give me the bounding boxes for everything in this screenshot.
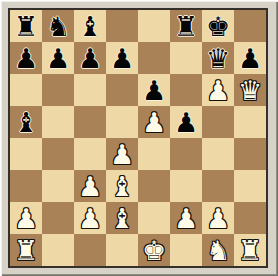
piece-black-rook[interactable]: ♜: [14, 13, 38, 40]
piece-black-pawn[interactable]: ♟: [110, 45, 134, 72]
square-b4[interactable]: [42, 138, 74, 170]
square-c6[interactable]: [74, 74, 106, 106]
square-a7[interactable]: ♟: [10, 42, 42, 74]
square-f5[interactable]: ♟: [170, 106, 202, 138]
square-d3[interactable]: ♝: [106, 170, 138, 202]
square-d8[interactable]: [106, 10, 138, 42]
square-e6[interactable]: ♟: [138, 74, 170, 106]
square-f2[interactable]: ♟: [170, 202, 202, 234]
square-a8[interactable]: ♜: [10, 10, 42, 42]
square-g1[interactable]: ♞: [202, 234, 234, 266]
square-b2[interactable]: [42, 202, 74, 234]
piece-black-pawn[interactable]: ♟: [14, 45, 38, 72]
square-a1[interactable]: ♜: [10, 234, 42, 266]
piece-white-knight[interactable]: ♞: [206, 237, 230, 264]
piece-white-rook[interactable]: ♜: [238, 237, 262, 264]
square-f4[interactable]: [170, 138, 202, 170]
square-h8[interactable]: [234, 10, 266, 42]
square-a6[interactable]: [10, 74, 42, 106]
square-g5[interactable]: [202, 106, 234, 138]
square-d2[interactable]: ♝: [106, 202, 138, 234]
chess-board-window: ♜♞♝♜♚♟♟♟♟♛♟♟♟♛♝♟♟♟♟♝♟♟♝♟♟♜♚♞♜: [0, 0, 278, 276]
square-h2[interactable]: [234, 202, 266, 234]
square-e5[interactable]: ♟: [138, 106, 170, 138]
chess-board: ♜♞♝♜♚♟♟♟♟♛♟♟♟♛♝♟♟♟♟♝♟♟♝♟♟♜♚♞♜: [10, 10, 266, 266]
square-d7[interactable]: ♟: [106, 42, 138, 74]
square-b3[interactable]: [42, 170, 74, 202]
piece-white-king[interactable]: ♚: [142, 237, 166, 264]
piece-black-bishop[interactable]: ♝: [14, 109, 38, 136]
chess-board-frame: ♜♞♝♜♚♟♟♟♟♛♟♟♟♛♝♟♟♟♟♝♟♟♝♟♟♜♚♞♜: [8, 8, 268, 268]
square-h3[interactable]: [234, 170, 266, 202]
piece-white-queen[interactable]: ♛: [238, 77, 262, 104]
square-f6[interactable]: [170, 74, 202, 106]
square-h1[interactable]: ♜: [234, 234, 266, 266]
piece-white-pawn[interactable]: ♟: [206, 77, 230, 104]
piece-white-bishop[interactable]: ♝: [110, 205, 134, 232]
piece-black-rook[interactable]: ♜: [174, 13, 198, 40]
piece-black-pawn[interactable]: ♟: [238, 45, 262, 72]
square-b6[interactable]: [42, 74, 74, 106]
piece-white-pawn[interactable]: ♟: [78, 205, 102, 232]
square-d1[interactable]: [106, 234, 138, 266]
piece-white-pawn[interactable]: ♟: [174, 205, 198, 232]
square-d4[interactable]: ♟: [106, 138, 138, 170]
square-a2[interactable]: ♟: [10, 202, 42, 234]
square-b8[interactable]: ♞: [42, 10, 74, 42]
square-c2[interactable]: ♟: [74, 202, 106, 234]
piece-white-pawn[interactable]: ♟: [78, 173, 102, 200]
square-f3[interactable]: [170, 170, 202, 202]
piece-black-pawn[interactable]: ♟: [142, 77, 166, 104]
square-g4[interactable]: [202, 138, 234, 170]
piece-black-pawn[interactable]: ♟: [174, 109, 198, 136]
square-h7[interactable]: ♟: [234, 42, 266, 74]
square-e8[interactable]: [138, 10, 170, 42]
piece-black-bishop[interactable]: ♝: [78, 13, 102, 40]
square-c4[interactable]: [74, 138, 106, 170]
piece-white-pawn[interactable]: ♟: [14, 205, 38, 232]
square-e4[interactable]: [138, 138, 170, 170]
piece-white-bishop[interactable]: ♝: [110, 173, 134, 200]
square-b7[interactable]: ♟: [42, 42, 74, 74]
square-f1[interactable]: [170, 234, 202, 266]
square-f7[interactable]: [170, 42, 202, 74]
square-d5[interactable]: [106, 106, 138, 138]
piece-black-pawn[interactable]: ♟: [78, 45, 102, 72]
square-a3[interactable]: [10, 170, 42, 202]
piece-white-rook[interactable]: ♜: [14, 237, 38, 264]
square-h4[interactable]: [234, 138, 266, 170]
square-h6[interactable]: ♛: [234, 74, 266, 106]
square-h5[interactable]: [234, 106, 266, 138]
square-e1[interactable]: ♚: [138, 234, 170, 266]
square-c1[interactable]: [74, 234, 106, 266]
square-c3[interactable]: ♟: [74, 170, 106, 202]
square-e3[interactable]: [138, 170, 170, 202]
square-g6[interactable]: ♟: [202, 74, 234, 106]
piece-white-pawn[interactable]: ♟: [142, 109, 166, 136]
square-a5[interactable]: ♝: [10, 106, 42, 138]
square-b5[interactable]: [42, 106, 74, 138]
square-c8[interactable]: ♝: [74, 10, 106, 42]
square-a4[interactable]: [10, 138, 42, 170]
square-e7[interactable]: [138, 42, 170, 74]
square-b1[interactable]: [42, 234, 74, 266]
square-e2[interactable]: [138, 202, 170, 234]
square-g3[interactable]: [202, 170, 234, 202]
square-c7[interactable]: ♟: [74, 42, 106, 74]
piece-white-pawn[interactable]: ♟: [206, 205, 230, 232]
piece-white-pawn[interactable]: ♟: [110, 141, 134, 168]
piece-black-queen[interactable]: ♛: [206, 45, 230, 72]
square-g2[interactable]: ♟: [202, 202, 234, 234]
square-g7[interactable]: ♛: [202, 42, 234, 74]
piece-black-pawn[interactable]: ♟: [46, 45, 70, 72]
square-c5[interactable]: [74, 106, 106, 138]
piece-black-knight[interactable]: ♞: [46, 13, 70, 40]
square-d6[interactable]: [106, 74, 138, 106]
square-f8[interactable]: ♜: [170, 10, 202, 42]
piece-black-king[interactable]: ♚: [206, 13, 230, 40]
square-g8[interactable]: ♚: [202, 10, 234, 42]
